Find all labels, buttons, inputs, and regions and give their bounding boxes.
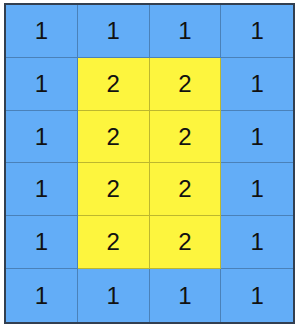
- grid-cell-r3-c2: 2: [78, 111, 150, 164]
- grid-cell-r5-c2: 2: [78, 216, 150, 269]
- grid-cell-r5-c4: 1: [221, 216, 293, 269]
- grid-cell-r5-c3: 2: [150, 216, 222, 269]
- grid-cell-r3-c3: 2: [150, 111, 222, 164]
- grid-cell-r6-c2: 1: [78, 269, 150, 322]
- grid-cell-r2-c2: 2: [78, 58, 150, 111]
- grid-cell-r6-c3: 1: [150, 269, 222, 322]
- grid-cell-r2-c3: 2: [150, 58, 222, 111]
- grid-cell-r1-c1: 1: [6, 5, 78, 58]
- grid-cell-r5-c1: 1: [6, 216, 78, 269]
- grid-cell-r2-c4: 1: [221, 58, 293, 111]
- grid-cell-r4-c3: 2: [150, 163, 222, 216]
- grid-cell-r1-c2: 1: [78, 5, 150, 58]
- grid-cell-r1-c4: 1: [221, 5, 293, 58]
- grid-cell-r6-c4: 1: [221, 269, 293, 322]
- grid-cell-r3-c1: 1: [6, 111, 78, 164]
- grid-cell-r6-c1: 1: [6, 269, 78, 322]
- grid-cell-r4-c4: 1: [221, 163, 293, 216]
- grid-cell-r4-c2: 2: [78, 163, 150, 216]
- grid-cell-r4-c1: 1: [6, 163, 78, 216]
- puzzle-grid-board: 111112211221122112211111: [4, 3, 295, 324]
- grid-cell-r3-c4: 1: [221, 111, 293, 164]
- grid-cell-r1-c3: 1: [150, 5, 222, 58]
- grid-cell-r2-c1: 1: [6, 58, 78, 111]
